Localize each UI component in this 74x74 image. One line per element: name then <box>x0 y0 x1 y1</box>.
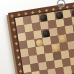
board-square <box>73 24 74 33</box>
photo-background <box>0 0 74 74</box>
black-checker-piece <box>71 9 74 17</box>
board-square <box>71 16 74 25</box>
board-square <box>71 65 74 74</box>
chess-board <box>8 1 74 74</box>
board-playing-field <box>15 8 74 74</box>
